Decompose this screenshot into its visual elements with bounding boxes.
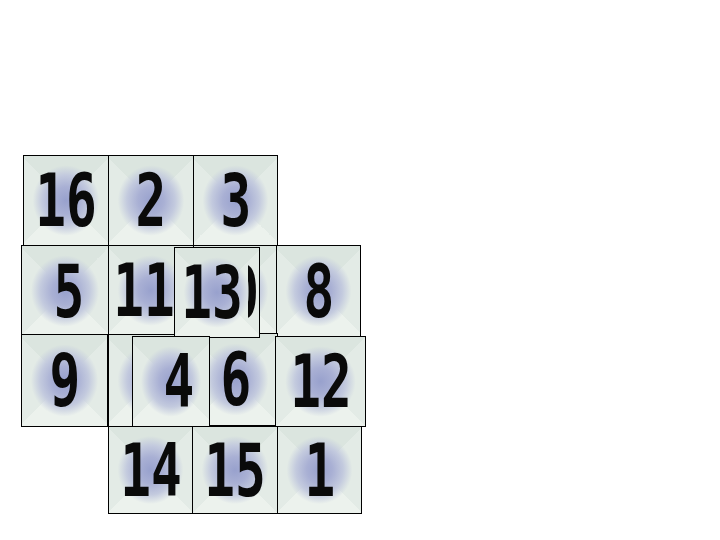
tile-1-label: 1 [304, 434, 335, 507]
tile-13-sliding[interactable]: 13 0 [174, 247, 260, 338]
tile-6-label: 6 [220, 343, 251, 416]
tile-15-label: 15 [204, 434, 266, 507]
fifteen-puzzle-board: 16 2 3 5 11 8 9 6 12 [0, 0, 720, 540]
tile-10-zero-glyph: 0 [248, 256, 259, 329]
tile-13-label: 13 [181, 256, 243, 329]
tile-4-label: 4 [164, 345, 195, 418]
tile-8-label: 8 [303, 255, 334, 328]
tile-15[interactable]: 15 [192, 426, 278, 514]
tile-10-zero-sliver: 0 [248, 248, 259, 337]
tile-1[interactable]: 1 [277, 426, 362, 514]
tile-9-label: 9 [49, 344, 80, 417]
tile-12[interactable]: 12 [275, 336, 366, 427]
tile-3[interactable]: 3 [193, 155, 278, 246]
tile-11-label: 11 [113, 254, 175, 327]
tile-5-label: 5 [54, 255, 85, 328]
tile-16[interactable]: 16 [23, 155, 109, 246]
tile-5[interactable]: 5 [21, 245, 109, 337]
tile-2[interactable]: 2 [108, 155, 194, 246]
tile-3-label: 3 [220, 164, 251, 237]
tile-12-label: 12 [290, 345, 352, 418]
tile-14-label: 14 [120, 434, 182, 507]
tile-14[interactable]: 14 [108, 426, 193, 514]
slide-canvas: 16 2 3 5 11 8 9 6 12 [0, 0, 720, 540]
tile-8[interactable]: 8 [276, 245, 361, 337]
tile-4-sliding[interactable]: 4 [132, 336, 210, 427]
tile-2-label: 2 [136, 164, 167, 237]
tile-16-label: 16 [35, 164, 97, 237]
tile-9[interactable]: 9 [21, 334, 108, 427]
